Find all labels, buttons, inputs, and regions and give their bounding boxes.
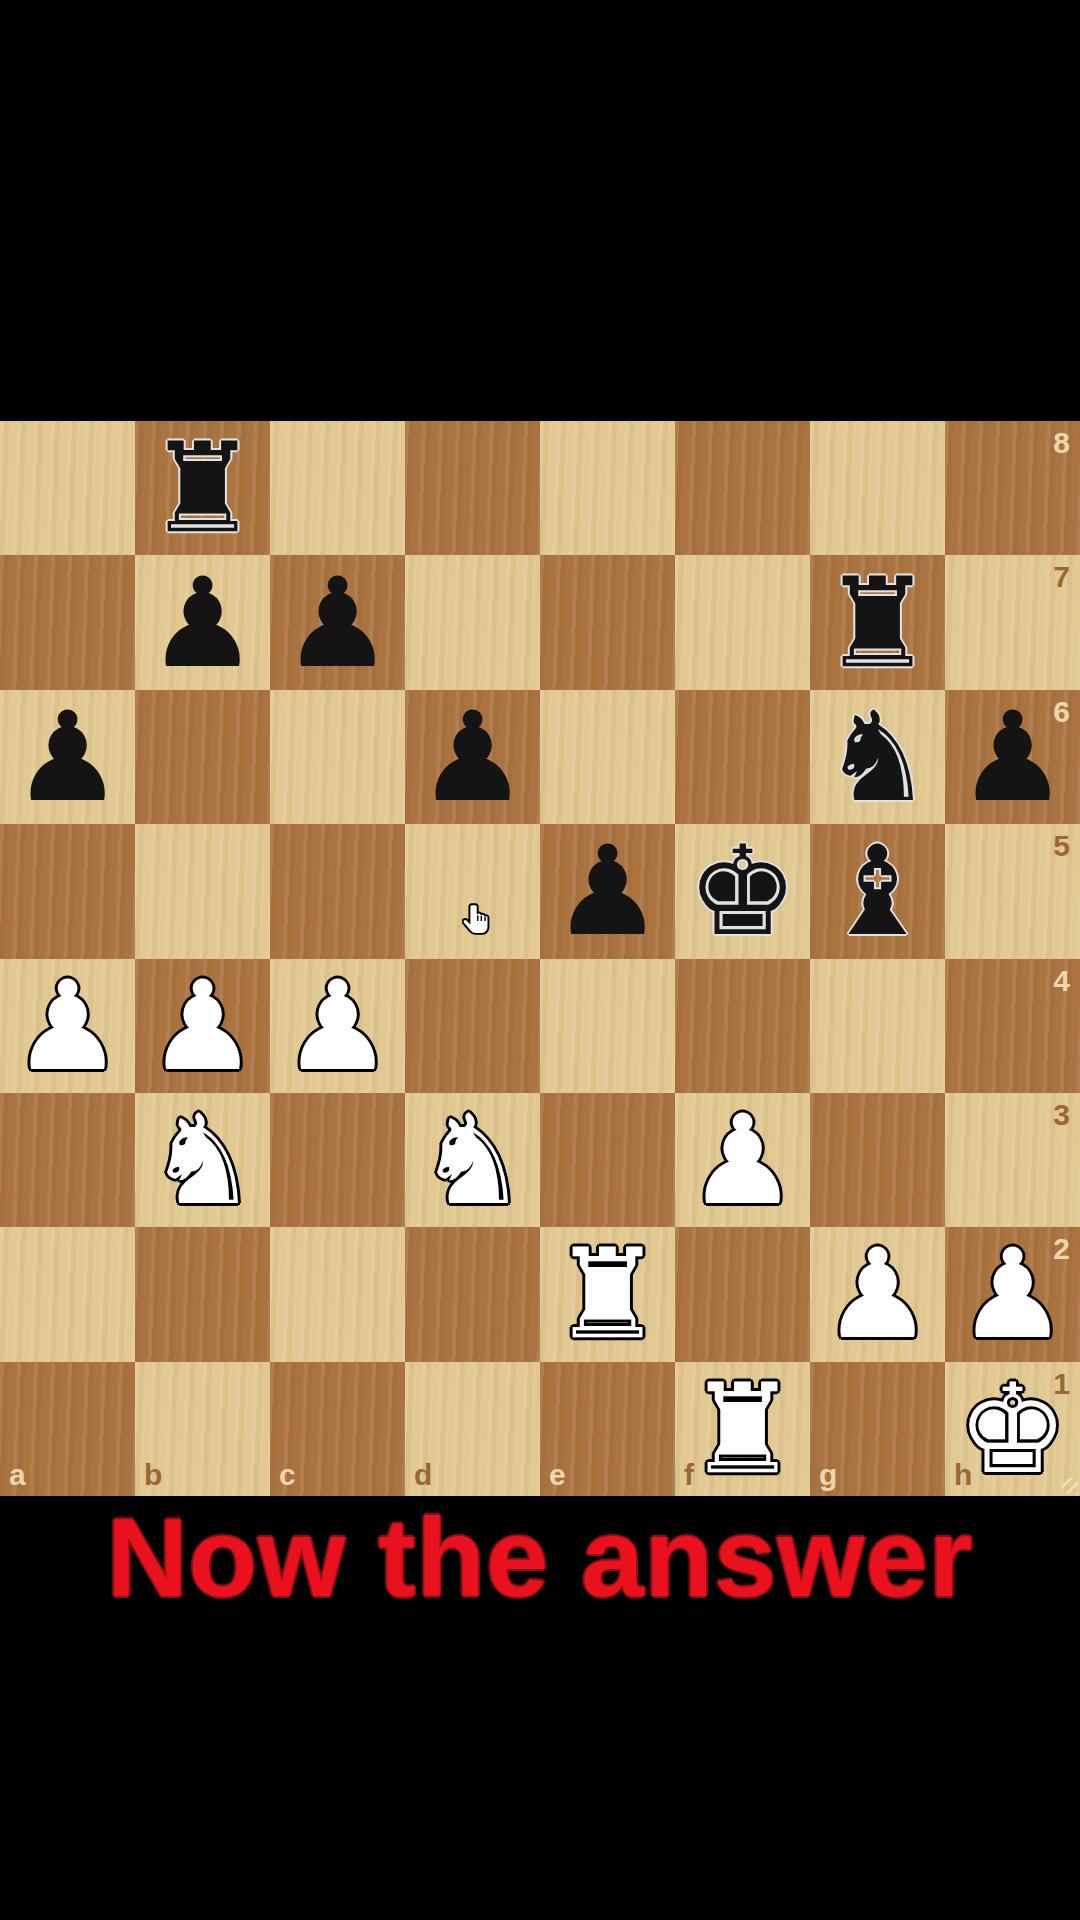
black-pawn-b7[interactable]: ♟ (147, 561, 258, 685)
square-e8[interactable] (540, 421, 675, 555)
square-h5[interactable]: 5 (945, 824, 1080, 958)
square-h8[interactable]: 8 (945, 421, 1080, 555)
square-a4[interactable]: ♟ (0, 959, 135, 1093)
square-a2[interactable] (0, 1227, 135, 1361)
square-e3[interactable] (540, 1093, 675, 1227)
white-rook-f1[interactable]: ♜ (687, 1367, 798, 1491)
square-d8[interactable] (405, 421, 540, 555)
square-d5[interactable] (405, 824, 540, 958)
white-pawn-b4[interactable]: ♟ (147, 964, 258, 1088)
chess-board: ♜8♟♟♜7♟♟♞6♟♟♚♝5♟♟♟4♞♞♟3♜♟2♟abcdef♜g1h♚ (0, 421, 1080, 1496)
square-c5[interactable] (270, 824, 405, 958)
square-c3[interactable] (270, 1093, 405, 1227)
square-g4[interactable] (810, 959, 945, 1093)
square-c7[interactable]: ♟ (270, 555, 405, 689)
square-d1[interactable]: d (405, 1362, 540, 1496)
white-rook-e2[interactable]: ♜ (552, 1232, 663, 1356)
square-a3[interactable] (0, 1093, 135, 1227)
square-f1[interactable]: f♜ (675, 1362, 810, 1496)
square-b5[interactable] (135, 824, 270, 958)
square-g7[interactable]: ♜ (810, 555, 945, 689)
square-g2[interactable]: ♟ (810, 1227, 945, 1361)
rank-label-4: 4 (1053, 966, 1070, 996)
square-a7[interactable] (0, 555, 135, 689)
square-b3[interactable]: ♞ (135, 1093, 270, 1227)
square-e1[interactable]: e (540, 1362, 675, 1496)
white-king-h1[interactable]: ♚ (957, 1367, 1068, 1491)
square-d4[interactable] (405, 959, 540, 1093)
square-f2[interactable] (675, 1227, 810, 1361)
black-pawn-a6[interactable]: ♟ (12, 695, 123, 819)
file-label-b: b (144, 1460, 162, 1490)
black-pawn-c7[interactable]: ♟ (282, 561, 393, 685)
square-a8[interactable] (0, 421, 135, 555)
square-b1[interactable]: b (135, 1362, 270, 1496)
square-e2[interactable]: ♜ (540, 1227, 675, 1361)
square-f3[interactable]: ♟ (675, 1093, 810, 1227)
white-knight-d3[interactable]: ♞ (417, 1098, 528, 1222)
square-c4[interactable]: ♟ (270, 959, 405, 1093)
file-label-g: g (819, 1460, 837, 1490)
square-a5[interactable] (0, 824, 135, 958)
file-label-d: d (414, 1460, 432, 1490)
caption-text: Now the answer (0, 1502, 1080, 1614)
square-f8[interactable] (675, 421, 810, 555)
black-king-f5[interactable]: ♚ (687, 829, 798, 953)
square-b8[interactable]: ♜ (135, 421, 270, 555)
square-c8[interactable] (270, 421, 405, 555)
board-resize-handle[interactable] (1062, 1478, 1078, 1494)
white-pawn-g2[interactable]: ♟ (822, 1232, 933, 1356)
black-pawn-h6[interactable]: ♟ (957, 695, 1068, 819)
square-b2[interactable] (135, 1227, 270, 1361)
square-d6[interactable]: ♟ (405, 690, 540, 824)
square-h4[interactable]: 4 (945, 959, 1080, 1093)
square-f6[interactable] (675, 690, 810, 824)
square-f5[interactable]: ♚ (675, 824, 810, 958)
black-pawn-d6[interactable]: ♟ (417, 695, 528, 819)
white-pawn-a4[interactable]: ♟ (12, 964, 123, 1088)
square-e5[interactable]: ♟ (540, 824, 675, 958)
square-h1[interactable]: 1h♚ (945, 1362, 1080, 1496)
square-e7[interactable] (540, 555, 675, 689)
square-a6[interactable]: ♟ (0, 690, 135, 824)
square-h3[interactable]: 3 (945, 1093, 1080, 1227)
square-g5[interactable]: ♝ (810, 824, 945, 958)
square-a1[interactable]: a (0, 1362, 135, 1496)
white-pawn-f3[interactable]: ♟ (687, 1098, 798, 1222)
square-d3[interactable]: ♞ (405, 1093, 540, 1227)
black-pawn-e5[interactable]: ♟ (552, 829, 663, 953)
square-d2[interactable] (405, 1227, 540, 1361)
square-h2[interactable]: 2♟ (945, 1227, 1080, 1361)
square-c1[interactable]: c (270, 1362, 405, 1496)
black-knight-g6[interactable]: ♞ (822, 695, 933, 819)
square-b4[interactable]: ♟ (135, 959, 270, 1093)
square-g8[interactable] (810, 421, 945, 555)
square-b7[interactable]: ♟ (135, 555, 270, 689)
rank-label-7: 7 (1053, 562, 1070, 592)
square-g1[interactable]: g (810, 1362, 945, 1496)
black-rook-g7[interactable]: ♜ (822, 561, 933, 685)
video-frame: ♜8♟♟♜7♟♟♞6♟♟♚♝5♟♟♟4♞♞♟3♜♟2♟abcdef♜g1h♚ N… (0, 0, 1080, 1920)
square-e6[interactable] (540, 690, 675, 824)
square-h7[interactable]: 7 (945, 555, 1080, 689)
square-e4[interactable] (540, 959, 675, 1093)
rank-label-8: 8 (1053, 428, 1070, 458)
white-knight-b3[interactable]: ♞ (147, 1098, 258, 1222)
square-f7[interactable] (675, 555, 810, 689)
square-g3[interactable] (810, 1093, 945, 1227)
top-letterbox (0, 0, 1080, 421)
square-f4[interactable] (675, 959, 810, 1093)
square-c2[interactable] (270, 1227, 405, 1361)
black-bishop-g5[interactable]: ♝ (822, 829, 933, 953)
file-label-c: c (279, 1460, 296, 1490)
black-rook-b8[interactable]: ♜ (147, 426, 258, 550)
rank-label-3: 3 (1053, 1100, 1070, 1130)
white-pawn-h2[interactable]: ♟ (957, 1232, 1068, 1356)
square-g6[interactable]: ♞ (810, 690, 945, 824)
white-pawn-c4[interactable]: ♟ (282, 964, 393, 1088)
square-d7[interactable] (405, 555, 540, 689)
square-c6[interactable] (270, 690, 405, 824)
file-label-e: e (549, 1460, 566, 1490)
file-label-a: a (9, 1460, 26, 1490)
square-b6[interactable] (135, 690, 270, 824)
rank-label-5: 5 (1053, 831, 1070, 861)
square-h6[interactable]: 6♟ (945, 690, 1080, 824)
